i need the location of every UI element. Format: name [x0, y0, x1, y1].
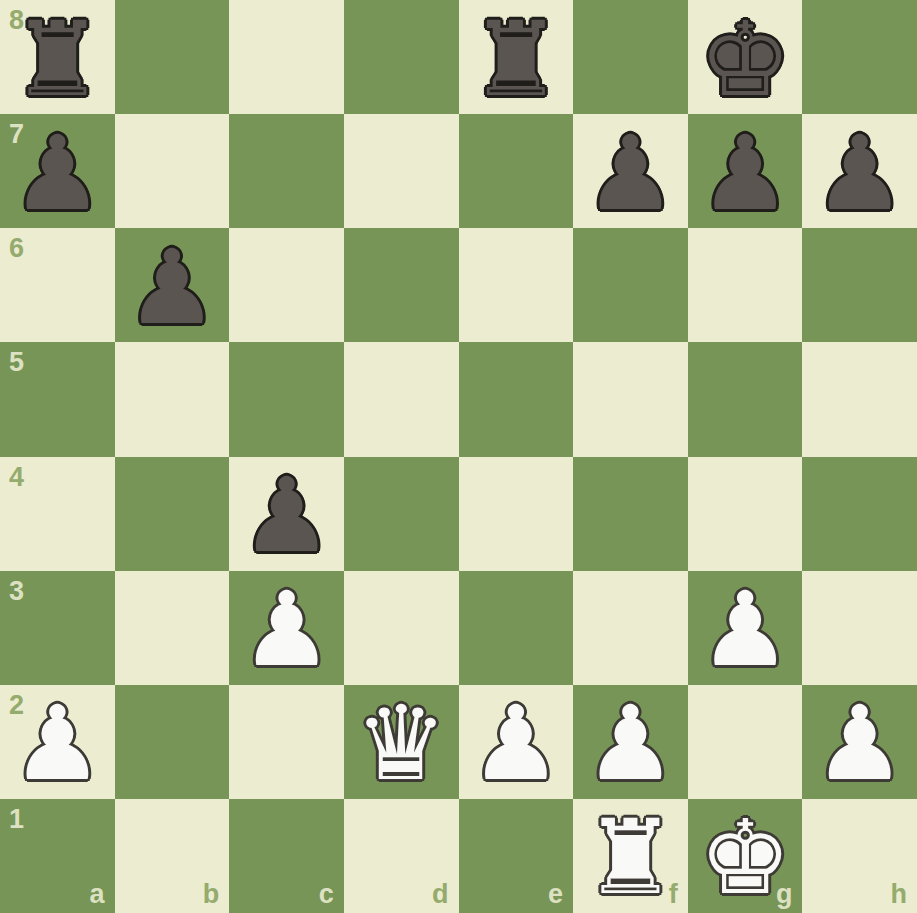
square-d3[interactable]	[344, 571, 459, 685]
file-label-c: c	[319, 879, 334, 910]
square-a2[interactable]: ♟2	[0, 685, 115, 799]
square-h7[interactable]: ♟	[802, 114, 917, 228]
rank-label-4: 4	[9, 462, 24, 493]
file-label-d: d	[432, 879, 449, 910]
piece-black-pawn[interactable]: ♟	[11, 122, 103, 225]
square-e3[interactable]	[459, 571, 574, 685]
piece-black-rook[interactable]: ♜	[470, 8, 562, 111]
square-d6[interactable]	[344, 228, 459, 342]
piece-white-queen[interactable]: ♛	[355, 692, 447, 795]
file-label-a: a	[90, 879, 105, 910]
square-c5[interactable]	[229, 342, 344, 456]
piece-white-pawn[interactable]: ♟	[814, 692, 906, 795]
square-e6[interactable]	[459, 228, 574, 342]
square-g4[interactable]	[688, 457, 803, 571]
piece-black-pawn[interactable]: ♟	[584, 122, 676, 225]
square-f5[interactable]	[573, 342, 688, 456]
square-a6[interactable]: 6	[0, 228, 115, 342]
square-g6[interactable]	[688, 228, 803, 342]
square-a3[interactable]: 3	[0, 571, 115, 685]
square-e7[interactable]	[459, 114, 574, 228]
square-c8[interactable]	[229, 0, 344, 114]
square-h4[interactable]	[802, 457, 917, 571]
square-h1[interactable]: h	[802, 799, 917, 913]
square-f4[interactable]	[573, 457, 688, 571]
square-d2[interactable]: ♛	[344, 685, 459, 799]
square-d8[interactable]	[344, 0, 459, 114]
piece-white-pawn[interactable]: ♟	[699, 578, 791, 681]
square-c4[interactable]: ♟	[229, 457, 344, 571]
square-g8[interactable]: ♚	[688, 0, 803, 114]
piece-black-pawn[interactable]: ♟	[126, 236, 218, 339]
piece-black-rook[interactable]: ♜	[11, 8, 103, 111]
square-e4[interactable]	[459, 457, 574, 571]
rank-label-5: 5	[9, 347, 24, 378]
square-c3[interactable]: ♟	[229, 571, 344, 685]
square-d7[interactable]	[344, 114, 459, 228]
square-a4[interactable]: 4	[0, 457, 115, 571]
square-e2[interactable]: ♟	[459, 685, 574, 799]
square-g5[interactable]	[688, 342, 803, 456]
rank-label-6: 6	[9, 233, 24, 264]
square-c7[interactable]	[229, 114, 344, 228]
square-b3[interactable]	[115, 571, 230, 685]
piece-white-pawn[interactable]: ♟	[470, 692, 562, 795]
square-b8[interactable]	[115, 0, 230, 114]
square-f1[interactable]: ♜f	[573, 799, 688, 913]
square-a5[interactable]: 5	[0, 342, 115, 456]
square-f7[interactable]: ♟	[573, 114, 688, 228]
piece-white-pawn[interactable]: ♟	[11, 692, 103, 795]
square-d4[interactable]	[344, 457, 459, 571]
piece-white-pawn[interactable]: ♟	[584, 692, 676, 795]
square-a1[interactable]: 1a	[0, 799, 115, 913]
piece-white-pawn[interactable]: ♟	[240, 578, 332, 681]
square-g3[interactable]: ♟	[688, 571, 803, 685]
square-d1[interactable]: d	[344, 799, 459, 913]
square-f8[interactable]	[573, 0, 688, 114]
square-a8[interactable]: ♜8	[0, 0, 115, 114]
square-e5[interactable]	[459, 342, 574, 456]
square-f2[interactable]: ♟	[573, 685, 688, 799]
square-b6[interactable]: ♟	[115, 228, 230, 342]
piece-white-king[interactable]: ♚	[699, 806, 791, 909]
square-h8[interactable]	[802, 0, 917, 114]
square-f6[interactable]	[573, 228, 688, 342]
rank-label-1: 1	[9, 804, 24, 835]
square-h2[interactable]: ♟	[802, 685, 917, 799]
piece-black-pawn[interactable]: ♟	[699, 122, 791, 225]
file-label-e: e	[548, 879, 563, 910]
square-a7[interactable]: ♟7	[0, 114, 115, 228]
square-d5[interactable]	[344, 342, 459, 456]
square-h3[interactable]	[802, 571, 917, 685]
square-e8[interactable]: ♜	[459, 0, 574, 114]
square-e1[interactable]: e	[459, 799, 574, 913]
piece-black-pawn[interactable]: ♟	[814, 122, 906, 225]
square-h6[interactable]	[802, 228, 917, 342]
square-h5[interactable]	[802, 342, 917, 456]
square-c6[interactable]	[229, 228, 344, 342]
square-b4[interactable]	[115, 457, 230, 571]
square-c1[interactable]: c	[229, 799, 344, 913]
file-label-h: h	[891, 879, 908, 910]
square-b5[interactable]	[115, 342, 230, 456]
square-g2[interactable]	[688, 685, 803, 799]
square-b1[interactable]: b	[115, 799, 230, 913]
piece-black-pawn[interactable]: ♟	[240, 464, 332, 567]
rank-label-3: 3	[9, 576, 24, 607]
square-g1[interactable]: ♚g	[688, 799, 803, 913]
piece-white-rook[interactable]: ♜	[584, 806, 676, 909]
square-c2[interactable]	[229, 685, 344, 799]
square-b7[interactable]	[115, 114, 230, 228]
file-label-b: b	[203, 879, 220, 910]
chess-board: ♜8♜♚♟7♟♟♟6♟54♟3♟♟♟2♛♟♟♟1abcde♜f♚gh	[0, 0, 917, 913]
piece-black-king[interactable]: ♚	[699, 8, 791, 111]
square-b2[interactable]	[115, 685, 230, 799]
square-g7[interactable]: ♟	[688, 114, 803, 228]
square-f3[interactable]	[573, 571, 688, 685]
